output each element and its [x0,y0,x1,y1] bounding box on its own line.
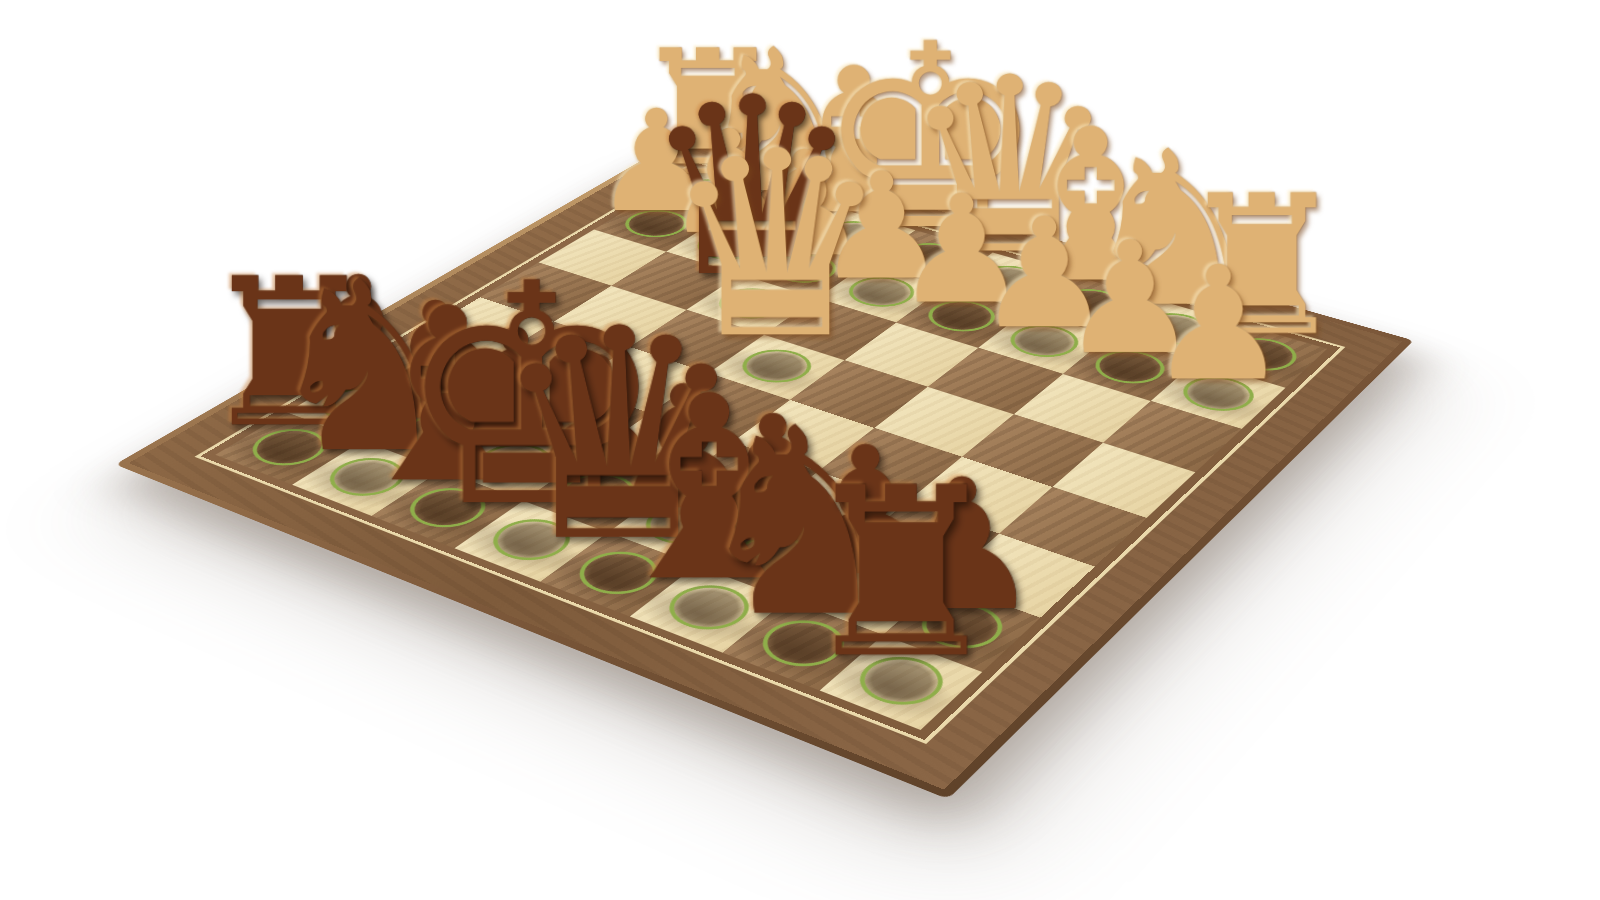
board-edge-bevel: ♜♞♝♚♛♝♞♜♟♟♟♟♟♟♟♟♛♛♟♟♟♟♟♟♟♟♜♞♝♚♛♝♞♜ [115,135,1414,799]
black-rook-glyph: ♜ [797,457,1006,690]
scene: ♜♞♝♚♛♝♞♜♟♟♟♟♟♟♟♟♛♛♟♟♟♟♟♟♟♟♜♞♝♚♛♝♞♜ [0,0,1600,900]
board-inlay-line: ♜♞♝♚♛♝♞♜♟♟♟♟♟♟♟♟♛♛♟♟♟♟♟♟♟♟♜♞♝♚♛♝♞♜ [194,161,1345,744]
board-frame-inner: ♜♞♝♚♛♝♞♜♟♟♟♟♟♟♟♟♛♛♟♟♟♟♟♟♟♟♜♞♝♚♛♝♞♜ [200,163,1340,740]
board-frame: ♜♞♝♚♛♝♞♜♟♟♟♟♟♟♟♟♛♛♟♟♟♟♟♟♟♟♜♞♝♚♛♝♞♜ [129,140,1403,790]
chess-board: ♜♞♝♚♛♝♞♜♟♟♟♟♟♟♟♟♛♛♟♟♟♟♟♟♟♟♜♞♝♚♛♝♞♜ [115,135,1414,799]
square-a8: ♜ [820,635,983,730]
white-pawn-glyph: ♟ [1148,245,1289,402]
chess-board-squares: ♜♞♝♚♛♝♞♜♟♟♟♟♟♟♟♟♛♛♟♟♟♟♟♟♟♟♜♞♝♚♛♝♞♜ [215,168,1327,730]
square-a2: ♟ [1151,361,1286,429]
